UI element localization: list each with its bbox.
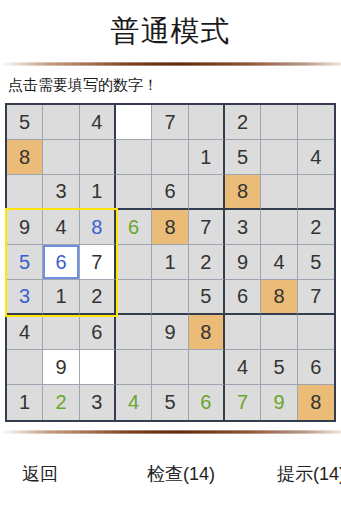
cell-r3c3[interactable]: 1 (80, 175, 116, 210)
cell-r6c2[interactable]: 1 (43, 280, 79, 315)
cell-r2c8[interactable] (261, 140, 297, 175)
cell-r5c8[interactable]: 4 (261, 245, 297, 280)
cell-r3c6[interactable] (189, 175, 225, 210)
cell-r9c2[interactable]: 2 (43, 385, 79, 420)
cell-r9c4[interactable]: 4 (116, 385, 152, 420)
cell-r7c1[interactable]: 4 (7, 315, 43, 350)
cell-r2c6[interactable]: 1 (189, 140, 225, 175)
cell-r6c3[interactable]: 2 (80, 280, 116, 315)
cell-r5c4[interactable] (116, 245, 152, 280)
cell-r2c9[interactable]: 4 (298, 140, 334, 175)
cell-r2c5[interactable] (152, 140, 188, 175)
cell-r1c7[interactable]: 2 (225, 105, 261, 140)
check-button[interactable]: 检查(14) (147, 462, 215, 486)
cell-r7c4[interactable] (116, 315, 152, 350)
cell-r6c1[interactable]: 3 (7, 280, 43, 315)
hint-button[interactable]: 提示(14) (277, 462, 341, 486)
cell-r9c7[interactable]: 7 (225, 385, 261, 420)
footer-divider (0, 430, 341, 434)
cell-r8c5[interactable] (152, 350, 188, 385)
cell-r4c1[interactable]: 9 (7, 210, 43, 245)
header-divider (0, 62, 341, 66)
cell-r5c7[interactable]: 9 (225, 245, 261, 280)
cell-r9c9[interactable]: 8 (298, 385, 334, 420)
cell-r4c5[interactable]: 8 (152, 210, 188, 245)
cell-r7c7[interactable] (225, 315, 261, 350)
cell-r2c3[interactable] (80, 140, 116, 175)
cell-r1c8[interactable] (261, 105, 297, 140)
cell-r1c9[interactable] (298, 105, 334, 140)
cell-r4c4[interactable]: 6 (116, 210, 152, 245)
cell-r6c5[interactable] (152, 280, 188, 315)
cell-r7c6[interactable]: 8 (189, 315, 225, 350)
cell-r1c5[interactable]: 7 (152, 105, 188, 140)
cell-r7c2[interactable] (43, 315, 79, 350)
cell-r3c5[interactable]: 6 (152, 175, 188, 210)
cell-r2c2[interactable] (43, 140, 79, 175)
cell-r3c1[interactable] (7, 175, 43, 210)
cell-r4c3[interactable]: 8 (80, 210, 116, 245)
cell-r9c6[interactable]: 6 (189, 385, 225, 420)
cell-r1c1[interactable]: 5 (7, 105, 43, 140)
cell-r6c8[interactable]: 8 (261, 280, 297, 315)
cell-r8c4[interactable] (116, 350, 152, 385)
cell-r1c3[interactable]: 4 (80, 105, 116, 140)
cell-r5c5[interactable]: 1 (152, 245, 188, 280)
cell-r2c1[interactable]: 8 (7, 140, 43, 175)
cell-r9c1[interactable]: 1 (7, 385, 43, 420)
cell-r2c7[interactable]: 5 (225, 140, 261, 175)
cell-r5c6[interactable]: 2 (189, 245, 225, 280)
cell-r8c7[interactable]: 4 (225, 350, 261, 385)
cell-r1c2[interactable] (43, 105, 79, 140)
cell-r8c2[interactable]: 9 (43, 350, 79, 385)
cell-r2c4[interactable] (116, 140, 152, 175)
cell-r3c8[interactable] (261, 175, 297, 210)
cell-r4c7[interactable]: 3 (225, 210, 261, 245)
cell-r5c2[interactable]: 6 (43, 245, 79, 280)
cell-r3c4[interactable] (116, 175, 152, 210)
page-title: 普通模式 (0, 12, 341, 52)
cell-r4c8[interactable] (261, 210, 297, 245)
cell-r6c7[interactable]: 6 (225, 280, 261, 315)
cell-r6c9[interactable]: 7 (298, 280, 334, 315)
cell-r9c8[interactable]: 9 (261, 385, 297, 420)
cell-r8c1[interactable] (7, 350, 43, 385)
cell-r3c7[interactable]: 8 (225, 175, 261, 210)
cell-r5c1[interactable]: 5 (7, 245, 43, 280)
back-button[interactable]: 返回 (22, 462, 58, 486)
cell-r4c9[interactable]: 2 (298, 210, 334, 245)
cell-r8c6[interactable] (189, 350, 225, 385)
cell-r5c3[interactable]: 7 (80, 245, 116, 280)
instruction-text: 点击需要填写的数字！ (8, 76, 158, 95)
cell-r3c9[interactable] (298, 175, 334, 210)
cell-r4c6[interactable]: 7 (189, 210, 225, 245)
sudoku-board: 5472815431689486873256712945312568746989… (5, 103, 336, 422)
cell-r7c5[interactable]: 9 (152, 315, 188, 350)
cell-r8c9[interactable]: 6 (298, 350, 334, 385)
cell-r4c2[interactable]: 4 (43, 210, 79, 245)
cell-r7c3[interactable]: 6 (80, 315, 116, 350)
cell-r7c8[interactable] (261, 315, 297, 350)
cell-r7c9[interactable] (298, 315, 334, 350)
cell-r8c3[interactable] (80, 350, 116, 385)
cell-r5c9[interactable]: 5 (298, 245, 334, 280)
cell-r8c8[interactable]: 5 (261, 350, 297, 385)
cell-r9c5[interactable]: 5 (152, 385, 188, 420)
cell-r6c6[interactable]: 5 (189, 280, 225, 315)
cell-r1c4[interactable] (116, 105, 152, 140)
cell-r9c3[interactable]: 3 (80, 385, 116, 420)
cell-r6c4[interactable] (116, 280, 152, 315)
cell-r1c6[interactable] (189, 105, 225, 140)
cell-r3c2[interactable]: 3 (43, 175, 79, 210)
